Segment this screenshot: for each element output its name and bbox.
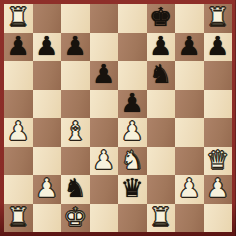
square-e5[interactable]: ♟ [118,90,147,119]
square-h2[interactable]: ♟ [204,175,233,204]
square-b1[interactable] [33,204,62,233]
square-d5[interactable] [90,90,119,119]
piece-black-pawn-e5[interactable]: ♟ [121,90,144,116]
chess-board-frame: ♜♚♜♟♟♟♟♟♟♟♞♟♟♝♟♟♞♛♟♞♛♟♟♜♚♜ [0,0,236,236]
square-d4[interactable] [90,118,119,147]
piece-white-pawn-h2[interactable]: ♟ [206,175,229,201]
piece-white-king-c1[interactable]: ♚ [64,204,87,230]
square-g7[interactable]: ♟ [175,33,204,62]
square-b6[interactable] [33,61,62,90]
chess-board: ♜♚♜♟♟♟♟♟♟♟♞♟♟♝♟♟♞♛♟♞♛♟♟♜♚♜ [4,4,232,232]
square-e4[interactable]: ♟ [118,118,147,147]
square-g8[interactable] [175,4,204,33]
square-b2[interactable]: ♟ [33,175,62,204]
square-c6[interactable] [61,61,90,90]
square-e1[interactable] [118,204,147,233]
piece-black-queen-e2[interactable]: ♛ [121,175,144,201]
square-h4[interactable] [204,118,233,147]
piece-black-pawn-a7[interactable]: ♟ [7,33,30,59]
square-c1[interactable]: ♚ [61,204,90,233]
square-a2[interactable] [4,175,33,204]
piece-white-pawn-b2[interactable]: ♟ [35,175,58,201]
square-h8[interactable]: ♜ [204,4,233,33]
square-f2[interactable] [147,175,176,204]
piece-black-pawn-g7[interactable]: ♟ [178,33,201,59]
piece-white-pawn-g2[interactable]: ♟ [178,175,201,201]
square-b5[interactable] [33,90,62,119]
piece-white-rook-a8[interactable]: ♜ [7,4,30,30]
piece-white-pawn-e4[interactable]: ♟ [121,118,144,144]
square-d3[interactable]: ♟ [90,147,119,176]
square-g2[interactable]: ♟ [175,175,204,204]
square-d1[interactable] [90,204,119,233]
piece-black-pawn-f7[interactable]: ♟ [149,33,172,59]
square-g1[interactable] [175,204,204,233]
square-f3[interactable] [147,147,176,176]
piece-white-queen-h3[interactable]: ♛ [206,147,229,173]
piece-black-knight-f6[interactable]: ♞ [149,61,172,87]
square-c4[interactable]: ♝ [61,118,90,147]
square-d7[interactable] [90,33,119,62]
square-a3[interactable] [4,147,33,176]
square-g6[interactable] [175,61,204,90]
square-a7[interactable]: ♟ [4,33,33,62]
square-b4[interactable] [33,118,62,147]
square-b8[interactable] [33,4,62,33]
square-c5[interactable] [61,90,90,119]
square-g4[interactable] [175,118,204,147]
square-c3[interactable] [61,147,90,176]
square-d2[interactable] [90,175,119,204]
piece-black-pawn-c7[interactable]: ♟ [64,33,87,59]
square-f8[interactable]: ♚ [147,4,176,33]
square-e8[interactable] [118,4,147,33]
square-g5[interactable] [175,90,204,119]
square-a6[interactable] [4,61,33,90]
square-a4[interactable]: ♟ [4,118,33,147]
square-g3[interactable] [175,147,204,176]
square-f4[interactable] [147,118,176,147]
square-b3[interactable] [33,147,62,176]
square-f5[interactable] [147,90,176,119]
square-b7[interactable]: ♟ [33,33,62,62]
square-d8[interactable] [90,4,119,33]
square-a8[interactable]: ♜ [4,4,33,33]
piece-white-rook-a1[interactable]: ♜ [7,204,30,230]
piece-black-pawn-d6[interactable]: ♟ [92,61,115,87]
piece-black-pawn-b7[interactable]: ♟ [35,33,58,59]
square-h5[interactable] [204,90,233,119]
piece-white-pawn-d3[interactable]: ♟ [92,147,115,173]
square-h6[interactable] [204,61,233,90]
square-a1[interactable]: ♜ [4,204,33,233]
piece-white-pawn-a4[interactable]: ♟ [7,118,30,144]
square-e6[interactable] [118,61,147,90]
square-h1[interactable] [204,204,233,233]
square-h7[interactable]: ♟ [204,33,233,62]
piece-black-king-f8[interactable]: ♚ [149,4,172,30]
square-e2[interactable]: ♛ [118,175,147,204]
square-e3[interactable]: ♞ [118,147,147,176]
piece-white-rook-f1[interactable]: ♜ [149,204,172,230]
piece-black-pawn-h7[interactable]: ♟ [206,33,229,59]
piece-white-knight-e3[interactable]: ♞ [121,147,144,173]
piece-white-bishop-c4[interactable]: ♝ [64,118,87,144]
square-c2[interactable]: ♞ [61,175,90,204]
square-f6[interactable]: ♞ [147,61,176,90]
square-h3[interactable]: ♛ [204,147,233,176]
square-f1[interactable]: ♜ [147,204,176,233]
square-e7[interactable] [118,33,147,62]
square-c7[interactable]: ♟ [61,33,90,62]
square-f7[interactable]: ♟ [147,33,176,62]
square-c8[interactable] [61,4,90,33]
square-d6[interactable]: ♟ [90,61,119,90]
piece-white-rook-h8[interactable]: ♜ [206,4,229,30]
piece-black-knight-c2[interactable]: ♞ [64,175,87,201]
square-a5[interactable] [4,90,33,119]
